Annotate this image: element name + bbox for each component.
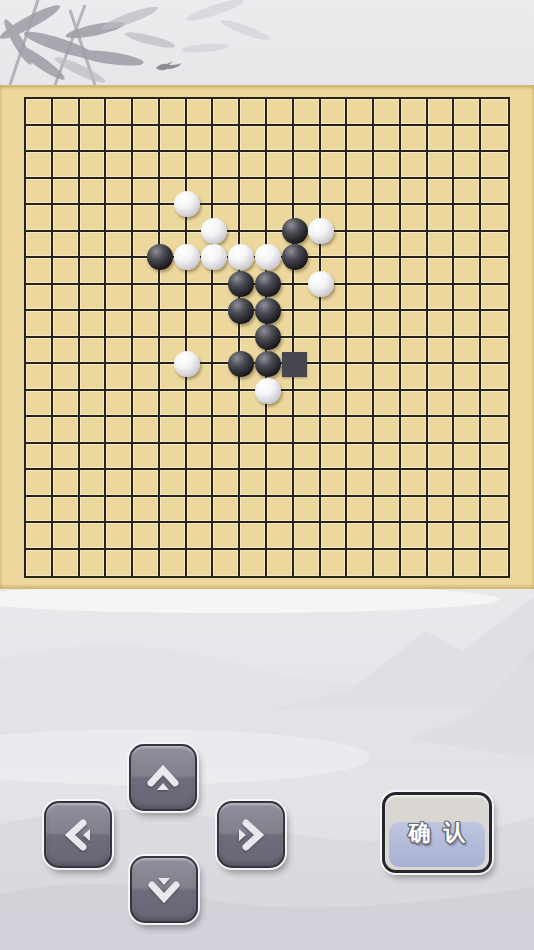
board-cell — [267, 126, 294, 153]
board-cell — [133, 444, 160, 471]
board-cell — [481, 391, 508, 418]
board-cell — [401, 391, 428, 418]
board-cell — [401, 550, 428, 577]
board-cell — [133, 497, 160, 524]
board-cell — [401, 232, 428, 259]
board-cell — [80, 391, 107, 418]
board-cell — [53, 99, 80, 126]
board-cell — [133, 99, 160, 126]
board-cell — [53, 179, 80, 206]
board-cell — [240, 497, 267, 524]
board-cell — [240, 444, 267, 471]
board-cell — [294, 550, 321, 577]
board-cell — [454, 364, 481, 391]
black-stone — [282, 244, 308, 270]
board-cell — [481, 232, 508, 259]
board-cell — [53, 152, 80, 179]
board-cell — [213, 417, 240, 444]
board-cell — [26, 311, 53, 338]
board-cell — [401, 497, 428, 524]
board-cell — [80, 99, 107, 126]
board-cell — [106, 470, 133, 497]
board-cell — [213, 550, 240, 577]
board-cell — [267, 444, 294, 471]
board-cell — [428, 523, 455, 550]
board-cell — [428, 417, 455, 444]
board-cell — [213, 497, 240, 524]
board-cell — [26, 470, 53, 497]
board-cell — [26, 444, 53, 471]
board-cell — [187, 417, 214, 444]
board-cell — [26, 523, 53, 550]
board-cell — [347, 417, 374, 444]
board-cell — [213, 179, 240, 206]
board-cell — [347, 258, 374, 285]
board-cell — [26, 497, 53, 524]
board-cell — [26, 364, 53, 391]
board-cell — [374, 523, 401, 550]
board-cell — [160, 417, 187, 444]
board-cell — [374, 232, 401, 259]
board-cell — [428, 444, 455, 471]
black-stone — [255, 351, 281, 377]
board-cell — [481, 126, 508, 153]
board-cell — [106, 179, 133, 206]
white-stone — [201, 244, 227, 270]
bird-silhouette-icon — [156, 61, 182, 70]
board-cell — [428, 232, 455, 259]
board-cell — [481, 179, 508, 206]
board-cell — [374, 444, 401, 471]
board-cell — [267, 497, 294, 524]
board-cell — [53, 126, 80, 153]
board-cell — [106, 338, 133, 365]
board-cell — [347, 311, 374, 338]
board-cell — [321, 523, 348, 550]
board-cell — [213, 152, 240, 179]
board-cell — [347, 205, 374, 232]
board-cell — [160, 285, 187, 312]
chevron-left-icon — [58, 815, 98, 855]
board-cell — [428, 152, 455, 179]
board-cell — [347, 364, 374, 391]
board-cell — [160, 126, 187, 153]
board-cell — [187, 550, 214, 577]
board-cell — [80, 550, 107, 577]
board-cell — [481, 152, 508, 179]
board-cell — [160, 523, 187, 550]
board-cell — [454, 391, 481, 418]
board-cell — [481, 417, 508, 444]
board-cell — [374, 417, 401, 444]
board-cell — [53, 205, 80, 232]
board-cell — [240, 523, 267, 550]
board-cell — [133, 285, 160, 312]
board-cell — [401, 338, 428, 365]
board-cell — [294, 417, 321, 444]
board-cell — [321, 391, 348, 418]
board-cell — [481, 497, 508, 524]
board-cell — [374, 285, 401, 312]
board-cell — [160, 99, 187, 126]
board-cell — [401, 444, 428, 471]
board-cell — [294, 444, 321, 471]
chevron-down-icon — [144, 870, 184, 910]
board-cell — [160, 444, 187, 471]
board-cell — [401, 523, 428, 550]
board-cell — [347, 285, 374, 312]
board-cell — [481, 523, 508, 550]
board-cell — [428, 391, 455, 418]
black-stone — [255, 271, 281, 297]
board-cell — [160, 550, 187, 577]
move-up-button[interactable] — [129, 744, 197, 811]
board-cell — [213, 523, 240, 550]
board-cell — [106, 497, 133, 524]
board-cell — [454, 338, 481, 365]
board-cell — [80, 285, 107, 312]
board-cell — [187, 444, 214, 471]
board-cell — [321, 417, 348, 444]
board-cell — [187, 523, 214, 550]
board-cell — [80, 364, 107, 391]
board-cell — [26, 179, 53, 206]
black-stone — [228, 298, 254, 324]
board-cell — [133, 179, 160, 206]
board-cell — [26, 232, 53, 259]
board-cell — [240, 179, 267, 206]
board-cell — [133, 205, 160, 232]
board-cell — [374, 126, 401, 153]
board-cell — [401, 470, 428, 497]
board-cell — [106, 523, 133, 550]
board-cell — [80, 179, 107, 206]
board-cell — [374, 470, 401, 497]
board-cell — [374, 338, 401, 365]
board-cell — [374, 550, 401, 577]
board-cell — [80, 444, 107, 471]
white-stone — [255, 378, 281, 404]
board-cell — [347, 99, 374, 126]
board-cell — [374, 99, 401, 126]
board-cell — [374, 179, 401, 206]
board-cell — [133, 364, 160, 391]
board-cell — [80, 258, 107, 285]
board-cell — [80, 232, 107, 259]
board-cell — [401, 205, 428, 232]
board-cell — [160, 311, 187, 338]
board-cell — [294, 311, 321, 338]
board-cell — [401, 417, 428, 444]
board-cell — [294, 470, 321, 497]
board-cell — [481, 550, 508, 577]
bamboo-ink-art — [0, 0, 534, 85]
board-cell — [454, 179, 481, 206]
board-cell — [347, 232, 374, 259]
board-cell — [401, 285, 428, 312]
board-cell — [53, 497, 80, 524]
board-cell — [240, 126, 267, 153]
board-cell — [80, 311, 107, 338]
board-cell — [53, 258, 80, 285]
board-cell — [347, 550, 374, 577]
board-cell — [347, 126, 374, 153]
board-cell — [240, 205, 267, 232]
board-cell — [401, 126, 428, 153]
white-stone — [174, 244, 200, 270]
board-cell — [428, 285, 455, 312]
board-cell — [321, 444, 348, 471]
board-cell — [401, 99, 428, 126]
board-cell — [294, 497, 321, 524]
board-cell — [106, 99, 133, 126]
board-cell — [26, 258, 53, 285]
board-cell — [454, 99, 481, 126]
board-cell — [401, 152, 428, 179]
board-cell — [374, 258, 401, 285]
black-stone — [228, 271, 254, 297]
chevron-up-icon — [143, 758, 183, 798]
board-cell — [187, 311, 214, 338]
board-cell — [401, 179, 428, 206]
board-cell — [106, 391, 133, 418]
gomoku-board[interactable] — [0, 85, 534, 589]
board-cell — [347, 391, 374, 418]
board-cell — [213, 391, 240, 418]
board-cell — [481, 205, 508, 232]
board-cell — [401, 258, 428, 285]
board-cell — [401, 311, 428, 338]
board-cell — [106, 364, 133, 391]
board-cell — [454, 285, 481, 312]
board-cell — [240, 550, 267, 577]
board-cell — [53, 338, 80, 365]
board-cell — [53, 444, 80, 471]
white-stone — [228, 244, 254, 270]
board-cell — [347, 152, 374, 179]
board-cell — [294, 152, 321, 179]
board-cell — [106, 205, 133, 232]
board-cell — [26, 285, 53, 312]
board-cell — [374, 497, 401, 524]
board-cell — [133, 152, 160, 179]
board-cell — [240, 152, 267, 179]
board-cell — [428, 550, 455, 577]
board-cell — [160, 391, 187, 418]
chevron-right-icon — [231, 815, 271, 855]
board-cell — [454, 311, 481, 338]
board-cell — [454, 152, 481, 179]
board-cell — [53, 391, 80, 418]
board-cell — [321, 497, 348, 524]
board-cell — [454, 232, 481, 259]
black-stone — [255, 298, 281, 324]
board-cell — [481, 258, 508, 285]
black-stone — [147, 244, 173, 270]
board-cell — [80, 126, 107, 153]
board-cell — [481, 311, 508, 338]
board-cell — [53, 470, 80, 497]
board-cell — [294, 523, 321, 550]
board-cell — [321, 179, 348, 206]
board-cell — [187, 285, 214, 312]
board-cell — [267, 417, 294, 444]
board-cell — [374, 364, 401, 391]
move-right-button[interactable] — [217, 801, 285, 868]
board-cell — [106, 550, 133, 577]
board-cell — [106, 258, 133, 285]
board-cell — [53, 285, 80, 312]
board-cell — [106, 232, 133, 259]
white-stone — [201, 218, 227, 244]
board-cell — [454, 550, 481, 577]
board-cell — [454, 417, 481, 444]
board-cell — [454, 470, 481, 497]
black-stone — [228, 351, 254, 377]
board-cell — [213, 470, 240, 497]
board-cell — [481, 364, 508, 391]
board-cell — [80, 523, 107, 550]
board-cell — [133, 391, 160, 418]
confirm-button[interactable]: 确认 — [382, 792, 492, 873]
board-cell — [187, 126, 214, 153]
board-cell — [374, 152, 401, 179]
confirm-button-label: 确认 — [385, 795, 489, 870]
board-cell — [80, 417, 107, 444]
board-cell — [267, 179, 294, 206]
white-stone — [174, 351, 200, 377]
board-cell — [53, 311, 80, 338]
board-cell — [80, 470, 107, 497]
board-cell — [294, 126, 321, 153]
board-cell — [187, 470, 214, 497]
board-cell — [133, 311, 160, 338]
board-cell — [187, 99, 214, 126]
white-stone — [308, 218, 334, 244]
board-cell — [347, 444, 374, 471]
board-cell — [106, 444, 133, 471]
board-cell — [53, 550, 80, 577]
board-cell — [26, 550, 53, 577]
board-cell — [106, 417, 133, 444]
board-cell — [240, 417, 267, 444]
board-cell — [401, 364, 428, 391]
board-cell — [428, 497, 455, 524]
board-cell — [428, 311, 455, 338]
board-cell — [454, 126, 481, 153]
board-cell — [481, 338, 508, 365]
board-cell — [347, 497, 374, 524]
board-cell — [481, 99, 508, 126]
board-cell — [454, 205, 481, 232]
board-cell — [347, 523, 374, 550]
board-cell — [428, 258, 455, 285]
white-stone — [174, 191, 200, 217]
board-cell — [267, 550, 294, 577]
board-cell — [481, 470, 508, 497]
board-cell — [321, 126, 348, 153]
board-cell — [240, 470, 267, 497]
board-cell — [187, 391, 214, 418]
board-cell — [240, 99, 267, 126]
board-cell — [321, 311, 348, 338]
board-cell — [321, 364, 348, 391]
board-cell — [347, 470, 374, 497]
board-cell — [374, 391, 401, 418]
board-cell — [160, 497, 187, 524]
board-cell — [454, 497, 481, 524]
board-cell — [133, 417, 160, 444]
board-cell — [374, 205, 401, 232]
board-cell — [213, 444, 240, 471]
board-cell — [267, 99, 294, 126]
board-cell — [26, 126, 53, 153]
board-cell — [80, 338, 107, 365]
board-cell — [481, 444, 508, 471]
board-cell — [26, 152, 53, 179]
board-cell — [267, 152, 294, 179]
board-cell — [267, 470, 294, 497]
board-cell — [213, 99, 240, 126]
board-cell — [454, 444, 481, 471]
top-background — [0, 0, 534, 85]
board-cell — [428, 99, 455, 126]
board-cell — [160, 152, 187, 179]
board-cell — [321, 99, 348, 126]
board-cell — [428, 364, 455, 391]
board-cell — [481, 285, 508, 312]
board-cell — [454, 258, 481, 285]
board-cell — [294, 391, 321, 418]
board-cell — [347, 338, 374, 365]
board-cell — [80, 152, 107, 179]
board-cell — [321, 152, 348, 179]
black-stone — [282, 218, 308, 244]
board-cell — [294, 179, 321, 206]
board-cell — [428, 470, 455, 497]
board-cell — [428, 205, 455, 232]
move-left-button[interactable] — [44, 801, 112, 868]
board-cell — [53, 232, 80, 259]
board-cell — [374, 311, 401, 338]
board-cell — [294, 99, 321, 126]
board-cell — [53, 417, 80, 444]
board-cell — [267, 523, 294, 550]
mountain-ink-art — [0, 589, 534, 950]
board-cell — [80, 205, 107, 232]
board-cell — [428, 338, 455, 365]
board-cell — [133, 523, 160, 550]
board-cell — [26, 417, 53, 444]
board-cell — [454, 523, 481, 550]
move-down-button[interactable] — [130, 856, 198, 923]
board-cell — [133, 550, 160, 577]
board-cell — [187, 152, 214, 179]
board-cell — [53, 523, 80, 550]
board-cell — [133, 470, 160, 497]
board-cell — [213, 126, 240, 153]
board-cell — [26, 338, 53, 365]
board-cell — [80, 497, 107, 524]
board-cell — [133, 126, 160, 153]
board-cell — [53, 364, 80, 391]
board-cell — [187, 497, 214, 524]
cursor-square — [282, 352, 307, 377]
board-cell — [160, 470, 187, 497]
board-cell — [428, 179, 455, 206]
board-cell — [347, 179, 374, 206]
board-cell — [26, 205, 53, 232]
